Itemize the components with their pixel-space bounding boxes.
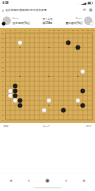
white-stone xyxy=(8,89,13,94)
clock-time: 6:58 xyxy=(3,1,9,5)
players-header: 胜75% 理念测试(9段) 黑中盘胜 共174手 胜25% 星阵围棋(9段) xyxy=(0,14,95,29)
result-line1: 黑中盘胜 xyxy=(42,17,52,21)
white-stone xyxy=(13,98,18,103)
black-stone xyxy=(66,40,71,45)
playback-toolbar: « ‹ ◉ › » xyxy=(0,174,95,186)
info-left[interactable]: 黑棋 xyxy=(4,125,9,129)
white-player-name: 星阵围棋(9段) xyxy=(65,21,82,25)
back-button[interactable]: ‹ xyxy=(2,7,4,12)
play-button[interactable]: ◉ xyxy=(43,176,51,183)
black-player-name: 理念测试(9段) xyxy=(13,21,30,25)
white-player-avatar xyxy=(84,17,93,26)
white-stone xyxy=(76,98,81,103)
white-player-meta: 胜25% xyxy=(76,17,83,20)
black-stone xyxy=(13,93,18,98)
info-right[interactable]: AI支招 xyxy=(84,125,91,129)
black-stone xyxy=(80,103,85,108)
black-stone xyxy=(13,89,18,94)
black-stone xyxy=(13,84,18,89)
white-stone xyxy=(8,93,13,98)
content-spacer xyxy=(0,130,95,174)
black-player-avatar xyxy=(3,17,12,26)
white-stone xyxy=(47,98,52,103)
black-stone xyxy=(18,103,23,108)
white-stone xyxy=(80,69,85,74)
black-stone xyxy=(80,89,85,94)
battery-icon xyxy=(88,2,93,5)
result-line2: 共174手 xyxy=(42,21,52,25)
black-stone xyxy=(76,45,81,50)
app-screen: 6:58 ⋯ ▂▄▆ ‹ 在棋评测标准测试时请勿退出本局。 ⟳ ▤ 胜75% 理… xyxy=(0,0,95,190)
black-stone xyxy=(18,98,23,103)
black-player: 胜75% 理念测试(9段) xyxy=(3,17,30,26)
next-move-button[interactable]: › xyxy=(63,176,69,183)
last-move-button[interactable]: » xyxy=(80,176,87,183)
gesture-bar xyxy=(0,186,95,191)
game-result: 黑中盘胜 共174手 xyxy=(42,17,52,25)
page-title: 在棋评测标准测试时请勿退出本局。 xyxy=(5,8,81,12)
white-player: 胜25% 星阵围棋(9段) xyxy=(65,17,92,26)
white-stone-badge-icon xyxy=(89,22,93,26)
go-board[interactable]: 1192183174165156147138129111010119128137… xyxy=(0,28,95,123)
info-center: 第18手 xyxy=(42,125,50,129)
black-stone xyxy=(61,108,66,113)
more-icon: ⋯ xyxy=(78,2,80,5)
black-player-meta: 胜75% xyxy=(13,17,30,20)
black-stone-badge-icon xyxy=(2,22,6,26)
nav-bar: ‹ 在棋评测标准测试时请勿退出本局。 ⟳ ▤ xyxy=(0,6,95,14)
menu-icon[interactable]: ▤ xyxy=(88,8,93,12)
first-move-button[interactable]: « xyxy=(8,176,15,183)
signal-icon: ▂▄▆ xyxy=(81,2,86,5)
prev-move-button[interactable]: ‹ xyxy=(26,176,32,183)
white-stone xyxy=(42,108,47,113)
white-stone xyxy=(18,40,23,45)
refresh-icon[interactable]: ⟳ xyxy=(82,8,86,12)
